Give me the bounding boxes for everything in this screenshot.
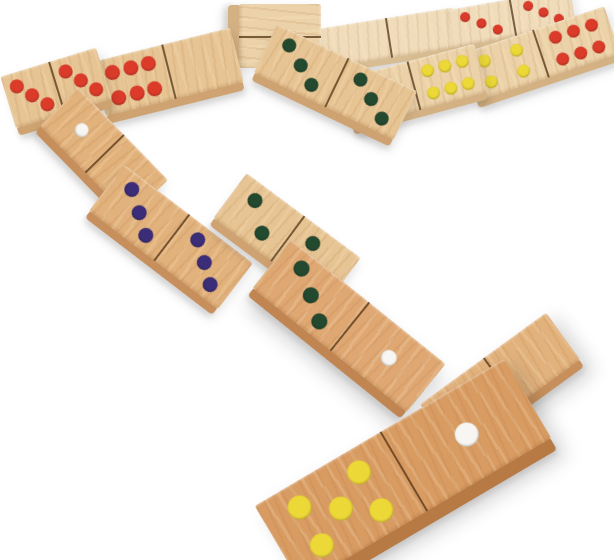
pip-red [128, 84, 146, 102]
pip-red [23, 87, 40, 104]
pip-red [8, 78, 25, 95]
pip-yellow [460, 75, 476, 91]
pip-green [362, 90, 381, 109]
pip-red [547, 29, 563, 45]
pip-yellow [437, 58, 453, 74]
pip-red [39, 95, 56, 112]
pip-green [302, 76, 321, 95]
pip-red [72, 72, 89, 89]
pip-red [522, 0, 534, 12]
pip-green [244, 190, 265, 211]
pip-green [252, 223, 273, 244]
pip-red [139, 55, 157, 73]
pip-red [121, 59, 139, 77]
dominoes-scene [0, 0, 614, 560]
pip-green [372, 109, 391, 128]
pip-red [538, 7, 550, 19]
pip-red [476, 18, 488, 30]
pip-red [554, 50, 570, 66]
pip-yellow [420, 62, 436, 78]
pip-red [57, 63, 74, 80]
pip-red [103, 63, 121, 81]
pip-white [72, 120, 92, 140]
pip-purple [193, 252, 214, 273]
pip-purple [135, 225, 156, 246]
pip-yellow [365, 494, 398, 527]
pip-red [583, 16, 599, 32]
pip-green [280, 36, 299, 55]
pip-yellow [508, 42, 524, 58]
pip-red [459, 11, 471, 23]
pip-green [308, 310, 330, 332]
pip-yellow [324, 492, 357, 525]
pip-green [351, 70, 370, 89]
pip-purple [128, 202, 149, 223]
pip-green [290, 257, 312, 279]
pip-green [291, 56, 310, 75]
domino-top-6red-blank [92, 28, 243, 117]
pip-purple [200, 274, 221, 295]
pip-purple [187, 229, 208, 250]
pip-white [377, 346, 399, 368]
pip-green [299, 284, 321, 306]
pip-yellow [343, 456, 376, 489]
pip-red [145, 80, 163, 98]
pip-yellow [305, 529, 338, 560]
pip-yellow [283, 491, 316, 524]
pip-yellow [515, 63, 531, 79]
pip-yellow [426, 84, 442, 100]
pip-red [591, 38, 607, 54]
pip-red [110, 88, 128, 106]
pip-red [572, 44, 588, 60]
pip-yellow [454, 53, 470, 69]
pip-yellow [443, 80, 459, 96]
pip-purple [121, 179, 142, 200]
pip-red [87, 81, 104, 98]
pip-red [565, 22, 581, 38]
pip-red [492, 24, 504, 36]
pip-white [450, 418, 483, 451]
